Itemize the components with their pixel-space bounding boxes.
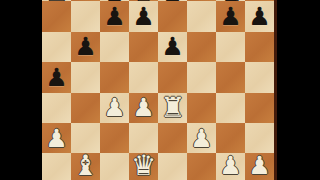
square-b3[interactable] (71, 123, 100, 153)
white-rook: ♜ (160, 94, 185, 122)
square-c6[interactable] (100, 32, 129, 62)
letterbox-right (277, 0, 320, 180)
square-g6[interactable] (216, 32, 245, 62)
white-pawn: ♟ (103, 95, 125, 120)
square-e4[interactable]: ♜ (158, 93, 187, 123)
square-f5[interactable] (187, 62, 216, 92)
square-e6[interactable]: ♟ (158, 32, 187, 62)
square-a2[interactable] (42, 153, 71, 180)
black-pawn: ♟ (45, 65, 67, 90)
square-h2[interactable]: ♟ (245, 153, 274, 180)
black-pawn: ♟ (132, 4, 154, 29)
square-b2[interactable]: ♝ (71, 153, 100, 180)
white-pawn: ♟ (190, 126, 212, 151)
chess-board: ♜♝♛♚♞♟♟♟♟♟♟♟♟♟♜♟♟♝♛♟♟ (42, 0, 277, 180)
video-frame: ♜♝♛♚♞♟♟♟♟♟♟♟♟♟♜♟♟♝♛♟♟ (0, 0, 320, 180)
square-h7[interactable]: ♟ (245, 1, 274, 31)
black-pawn: ♟ (219, 4, 241, 29)
square-g4[interactable] (216, 93, 245, 123)
square-c7[interactable]: ♟ (100, 1, 129, 31)
black-pawn: ♟ (74, 34, 96, 59)
square-c5[interactable] (100, 62, 129, 92)
white-pawn: ♟ (45, 126, 67, 151)
square-b6[interactable]: ♟ (71, 32, 100, 62)
square-d3[interactable] (129, 123, 158, 153)
square-f2[interactable] (187, 153, 216, 180)
white-pawn: ♟ (219, 153, 241, 178)
white-bishop: ♝ (73, 152, 98, 180)
square-h4[interactable] (245, 93, 274, 123)
square-e2[interactable] (158, 153, 187, 180)
letterbox-left (0, 0, 42, 180)
square-b5[interactable] (71, 62, 100, 92)
square-d6[interactable] (129, 32, 158, 62)
square-b7[interactable] (71, 1, 100, 31)
black-pawn: ♟ (103, 4, 125, 29)
square-h5[interactable] (245, 62, 274, 92)
square-c4[interactable]: ♟ (100, 93, 129, 123)
square-c3[interactable] (100, 123, 129, 153)
black-pawn: ♟ (248, 4, 270, 29)
square-e3[interactable] (158, 123, 187, 153)
square-e5[interactable] (158, 62, 187, 92)
square-a5[interactable]: ♟ (42, 62, 71, 92)
square-g5[interactable] (216, 62, 245, 92)
square-a6[interactable] (42, 32, 71, 62)
square-d2[interactable]: ♛ (129, 153, 158, 180)
square-h6[interactable] (245, 32, 274, 62)
square-a7[interactable] (42, 1, 71, 31)
square-f7[interactable] (187, 1, 216, 31)
square-h3[interactable] (245, 123, 274, 153)
square-g7[interactable]: ♟ (216, 1, 245, 31)
square-g3[interactable] (216, 123, 245, 153)
square-f6[interactable] (187, 32, 216, 62)
square-e7[interactable] (158, 1, 187, 31)
square-f4[interactable] (187, 93, 216, 123)
white-queen: ♛ (131, 152, 156, 180)
square-g2[interactable]: ♟ (216, 153, 245, 180)
square-d4[interactable]: ♟ (129, 93, 158, 123)
square-a3[interactable]: ♟ (42, 123, 71, 153)
black-pawn: ♟ (161, 34, 183, 59)
square-c2[interactable] (100, 153, 129, 180)
square-f3[interactable]: ♟ (187, 123, 216, 153)
square-d5[interactable] (129, 62, 158, 92)
square-b4[interactable] (71, 93, 100, 123)
white-pawn: ♟ (132, 95, 154, 120)
white-pawn: ♟ (248, 153, 270, 178)
square-a4[interactable] (42, 93, 71, 123)
square-d7[interactable]: ♟ (129, 1, 158, 31)
